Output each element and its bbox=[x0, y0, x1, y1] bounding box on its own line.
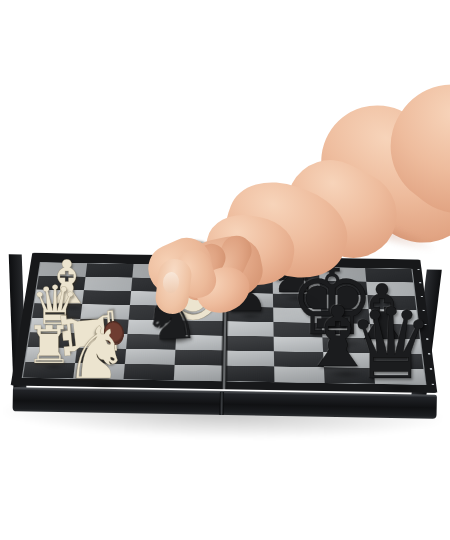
piece-black-knight-held[interactable]: ♞ bbox=[141, 284, 202, 351]
square-c1[interactable] bbox=[124, 364, 175, 380]
hand-shadow bbox=[190, 286, 340, 324]
square-e3[interactable] bbox=[225, 336, 274, 352]
board-fold-seam-front bbox=[220, 392, 224, 415]
piece-black-queen-h1[interactable]: ♛ bbox=[347, 295, 435, 393]
product-photo-canvas: ♝♛♜♞♜♚♟♞♚♝♝♛♞ bbox=[0, 0, 450, 540]
square-e1[interactable] bbox=[224, 366, 274, 382]
square-d1[interactable] bbox=[174, 365, 225, 381]
piece-white-knight-b1[interactable]: ♞ bbox=[65, 317, 130, 389]
square-e2[interactable] bbox=[224, 350, 274, 366]
